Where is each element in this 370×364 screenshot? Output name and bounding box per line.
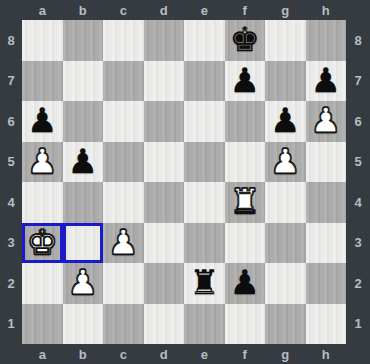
- square-b5[interactable]: ♟: [63, 142, 104, 183]
- square-h3[interactable]: [306, 223, 347, 264]
- square-a5[interactable]: ♟: [22, 142, 63, 183]
- square-f5[interactable]: [225, 142, 266, 183]
- file-label-c: c: [103, 0, 144, 20]
- square-g5[interactable]: ♟: [265, 142, 306, 183]
- square-d5[interactable]: [144, 142, 185, 183]
- square-f7[interactable]: ♟: [225, 61, 266, 102]
- square-b4[interactable]: [63, 182, 104, 223]
- square-g4[interactable]: [265, 182, 306, 223]
- file-label-a: a: [22, 0, 63, 20]
- square-f2[interactable]: ♟: [225, 263, 266, 304]
- square-f6[interactable]: [225, 101, 266, 142]
- black-rook-e2[interactable]: ♜: [189, 265, 219, 299]
- square-g8[interactable]: [265, 20, 306, 61]
- square-d8[interactable]: [144, 20, 185, 61]
- rank-label-7: 7: [0, 61, 22, 102]
- square-h6[interactable]: ♟: [306, 101, 347, 142]
- square-h5[interactable]: [306, 142, 347, 183]
- square-g2[interactable]: [265, 263, 306, 304]
- white-pawn-a5[interactable]: ♟: [27, 144, 57, 178]
- file-label-e: e: [184, 344, 225, 364]
- square-c3[interactable]: ♟: [103, 223, 144, 264]
- white-rook-f4[interactable]: ♜: [230, 184, 260, 218]
- square-h2[interactable]: [306, 263, 347, 304]
- file-label-g: g: [265, 344, 306, 364]
- square-f1[interactable]: [225, 304, 266, 345]
- square-e6[interactable]: [184, 101, 225, 142]
- square-e3[interactable]: [184, 223, 225, 264]
- file-label-b: b: [63, 344, 104, 364]
- rank-label-2: 2: [0, 263, 22, 304]
- black-king-f8[interactable]: ♚: [230, 22, 260, 56]
- square-a8[interactable]: [22, 20, 63, 61]
- square-g7[interactable]: [265, 61, 306, 102]
- square-g1[interactable]: [265, 304, 306, 345]
- rank-label-4: 4: [346, 182, 370, 223]
- black-pawn-f2[interactable]: ♟: [230, 265, 260, 299]
- file-label-g: g: [265, 0, 306, 20]
- rank-label-8: 8: [346, 20, 370, 61]
- square-h7[interactable]: ♟: [306, 61, 347, 102]
- square-e5[interactable]: [184, 142, 225, 183]
- rank-label-7: 7: [346, 61, 370, 102]
- white-pawn-c3[interactable]: ♟: [108, 225, 138, 259]
- square-f8[interactable]: ♚: [225, 20, 266, 61]
- square-b2[interactable]: ♟: [63, 263, 104, 304]
- square-h8[interactable]: [306, 20, 347, 61]
- white-pawn-h6[interactable]: ♟: [311, 103, 341, 137]
- square-a1[interactable]: [22, 304, 63, 345]
- file-label-h: h: [306, 0, 347, 20]
- rank-label-3: 3: [0, 223, 22, 264]
- rank-label-8: 8: [0, 20, 22, 61]
- file-labels-bottom: abcdefgh: [22, 344, 346, 364]
- rank-labels-left: 87654321: [0, 20, 22, 344]
- square-h4[interactable]: [306, 182, 347, 223]
- square-f3[interactable]: [225, 223, 266, 264]
- square-d3[interactable]: [144, 223, 185, 264]
- black-pawn-g6[interactable]: ♟: [270, 103, 300, 137]
- square-d6[interactable]: [144, 101, 185, 142]
- rank-label-1: 1: [0, 304, 22, 345]
- file-label-h: h: [306, 344, 347, 364]
- file-labels-top: abcdefgh: [22, 0, 346, 20]
- file-label-f: f: [225, 0, 266, 20]
- square-b8[interactable]: [63, 20, 104, 61]
- file-label-d: d: [144, 344, 185, 364]
- square-a4[interactable]: [22, 182, 63, 223]
- square-c7[interactable]: [103, 61, 144, 102]
- square-c1[interactable]: [103, 304, 144, 345]
- rank-label-2: 2: [346, 263, 370, 304]
- square-b3[interactable]: [63, 223, 104, 264]
- square-c4[interactable]: [103, 182, 144, 223]
- file-label-a: a: [22, 344, 63, 364]
- square-d1[interactable]: [144, 304, 185, 345]
- rank-labels-right: 87654321: [346, 20, 370, 344]
- square-c2[interactable]: [103, 263, 144, 304]
- square-f4[interactable]: ♜: [225, 182, 266, 223]
- white-king-a3[interactable]: ♚: [27, 225, 57, 259]
- square-e4[interactable]: [184, 182, 225, 223]
- rank-label-6: 6: [0, 101, 22, 142]
- black-pawn-f7[interactable]: ♟: [230, 63, 260, 97]
- rank-label-1: 1: [346, 304, 370, 345]
- square-e8[interactable]: [184, 20, 225, 61]
- chess-app-window: abcdefgh abcdefgh 87654321 87654321 ♚♟♟♟…: [0, 0, 370, 364]
- square-a3[interactable]: ♚: [22, 223, 63, 264]
- chess-board: ♚♟♟♟♟♟♟♟♟♜♚♟♟♜♟: [22, 20, 346, 344]
- square-e1[interactable]: [184, 304, 225, 345]
- square-c8[interactable]: [103, 20, 144, 61]
- square-a2[interactable]: [22, 263, 63, 304]
- square-b7[interactable]: [63, 61, 104, 102]
- white-pawn-g5[interactable]: ♟: [270, 144, 300, 178]
- black-pawn-h7[interactable]: ♟: [311, 63, 341, 97]
- square-d4[interactable]: [144, 182, 185, 223]
- rank-label-5: 5: [346, 142, 370, 183]
- black-pawn-a6[interactable]: ♟: [27, 103, 57, 137]
- white-pawn-b2[interactable]: ♟: [68, 265, 98, 299]
- file-label-b: b: [63, 0, 104, 20]
- square-c5[interactable]: [103, 142, 144, 183]
- square-a6[interactable]: ♟: [22, 101, 63, 142]
- square-g6[interactable]: ♟: [265, 101, 306, 142]
- file-label-f: f: [225, 344, 266, 364]
- file-label-d: d: [144, 0, 185, 20]
- square-c6[interactable]: [103, 101, 144, 142]
- file-label-c: c: [103, 344, 144, 364]
- square-h1[interactable]: [306, 304, 347, 345]
- rank-label-6: 6: [346, 101, 370, 142]
- square-e7[interactable]: [184, 61, 225, 102]
- rank-label-4: 4: [0, 182, 22, 223]
- rank-label-3: 3: [346, 223, 370, 264]
- square-g3[interactable]: [265, 223, 306, 264]
- square-d7[interactable]: [144, 61, 185, 102]
- square-e2[interactable]: ♜: [184, 263, 225, 304]
- rank-label-5: 5: [0, 142, 22, 183]
- square-d2[interactable]: [144, 263, 185, 304]
- black-pawn-b5[interactable]: ♟: [68, 144, 98, 178]
- square-b6[interactable]: [63, 101, 104, 142]
- square-a7[interactable]: [22, 61, 63, 102]
- file-label-e: e: [184, 0, 225, 20]
- square-b1[interactable]: [63, 304, 104, 345]
